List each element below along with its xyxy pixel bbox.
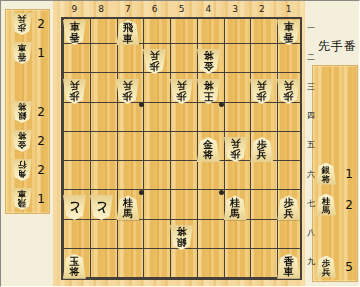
rank-label-8: 八 <box>305 227 317 238</box>
file-label-3: 3 <box>227 4 243 14</box>
piece-kanji: 将 <box>18 131 27 140</box>
rank-label-1: 一 <box>305 23 317 34</box>
rank-label-7: 七 <box>305 198 317 209</box>
piece-kanji: 将 <box>203 150 213 161</box>
piece-kanji: 車 <box>284 21 294 32</box>
piece-kanji: 王 <box>203 90 213 101</box>
piece-kanji: 馬 <box>230 209 240 220</box>
piece-kanji: 歩 <box>257 90 267 101</box>
piece-kanji: 兵 <box>123 80 133 91</box>
piece-kanji: 兵 <box>150 50 160 61</box>
piece-kanji: 将 <box>177 226 187 237</box>
piece-kanji: 車 <box>284 267 294 278</box>
file-label-9: 9 <box>66 4 82 14</box>
piece-kanji: 香 <box>18 52 27 61</box>
piece-kanji: 車 <box>18 43 27 52</box>
board-piece-58[interactable]: 銀将 <box>170 225 193 250</box>
piece-kanji: 兵 <box>284 80 294 91</box>
piece-kanji: 車 <box>123 34 133 45</box>
board-piece-53[interactable]: 歩兵 <box>170 79 193 104</box>
file-label-6: 6 <box>147 4 163 14</box>
piece-kanji: 兵 <box>69 80 79 91</box>
piece-kanji: 香 <box>284 32 294 43</box>
piece-kanji: 兵 <box>230 138 240 149</box>
rank-label-6: 六 <box>305 169 317 180</box>
piece-kanji: 将 <box>69 267 79 278</box>
sente-hand-count-桂馬: 2 <box>342 198 356 212</box>
board-piece-13[interactable]: 歩兵 <box>277 79 300 104</box>
star-point <box>139 102 144 107</box>
board-piece-43[interactable]: 王将 <box>197 79 220 104</box>
gote-hand-piece-金将[interactable]: 金将 <box>12 130 32 152</box>
piece-kanji: 兵 <box>18 14 27 23</box>
piece-kanji: 歩 <box>69 90 79 101</box>
piece-kanji: 銀 <box>177 236 187 247</box>
gote-hand-count-銀将: 2 <box>34 105 48 119</box>
piece-kanji: 歩 <box>230 148 240 159</box>
sente-hand-count-歩兵: 5 <box>342 260 356 274</box>
piece-kanji: 兵 <box>257 80 267 91</box>
file-label-1: 1 <box>281 4 297 14</box>
file-label-5: 5 <box>174 4 190 14</box>
piece-kanji: 飛 <box>18 198 27 207</box>
gote-hand-count-歩兵: 2 <box>34 17 48 31</box>
piece-kanji: 歩 <box>150 61 160 72</box>
piece-kanji: 将 <box>18 102 27 111</box>
rank-label-5: 五 <box>305 139 317 150</box>
file-label-2: 2 <box>254 4 270 14</box>
piece-kanji: 将 <box>203 80 213 91</box>
star-point <box>139 190 144 195</box>
piece-kanji: 車 <box>18 189 27 198</box>
rank-label-4: 四 <box>305 110 317 121</box>
piece-kanji: 兵 <box>284 209 294 220</box>
piece-kanji: 兵 <box>322 268 331 277</box>
piece-kanji: 馬 <box>123 209 133 220</box>
rank-label-3: 三 <box>305 81 317 92</box>
rank-label-9: 九 <box>305 256 317 267</box>
piece-kanji: 兵 <box>257 150 267 161</box>
piece-kanji: 角 <box>18 169 27 178</box>
gote-hand-count-飛車: 1 <box>34 192 48 206</box>
piece-kanji: 将 <box>322 175 331 184</box>
shogi-diagram: 先手番 987654321一二三四五六七八九香車飛車香車歩兵金将歩兵歩兵歩兵王将… <box>0 0 360 287</box>
file-label-4: 4 <box>200 4 216 14</box>
file-label-8: 8 <box>93 4 109 14</box>
gote-hand-count-香車: 1 <box>34 46 48 60</box>
piece-kanji: 金 <box>203 61 213 72</box>
piece-kanji: と <box>68 200 81 217</box>
gote-hand-piece-歩兵[interactable]: 歩兵 <box>12 13 32 35</box>
piece-kanji: 歩 <box>284 90 294 101</box>
piece-kanji: 歩 <box>123 90 133 101</box>
gote-hand-count-金将: 2 <box>34 134 48 148</box>
piece-kanji: 車 <box>69 21 79 32</box>
star-point <box>219 190 224 195</box>
piece-kanji: 将 <box>203 50 213 61</box>
board-piece-93[interactable]: 歩兵 <box>63 79 86 104</box>
piece-kanji: 行 <box>18 160 27 169</box>
piece-kanji: 金 <box>18 140 27 149</box>
gote-hand-piece-銀将[interactable]: 銀将 <box>12 101 32 123</box>
piece-kanji: 兵 <box>177 80 187 91</box>
rank-label-2: 二 <box>305 52 317 63</box>
sente-hand-count-銀将: 1 <box>342 167 356 181</box>
file-label-7: 7 <box>120 4 136 14</box>
piece-kanji: 馬 <box>322 206 331 215</box>
gote-hand-count-角行: 2 <box>34 163 48 177</box>
piece-kanji: 歩 <box>177 90 187 101</box>
piece-kanji: 香 <box>69 32 79 43</box>
turn-indicator: 先手番 <box>318 38 357 55</box>
piece-kanji: と <box>95 200 108 217</box>
